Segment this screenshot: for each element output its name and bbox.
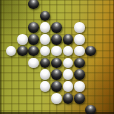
gomoku-board[interactable]	[0, 0, 114, 114]
black-stone	[51, 58, 62, 69]
white-stone	[40, 34, 51, 45]
black-stone	[51, 81, 62, 92]
black-stone	[28, 0, 39, 9]
game-screenshot	[0, 0, 114, 114]
white-stone	[74, 34, 85, 45]
white-stone	[51, 93, 62, 104]
black-stone	[28, 22, 39, 33]
black-stone	[63, 34, 74, 45]
white-stone	[40, 81, 51, 92]
black-stone	[74, 58, 85, 69]
white-stone	[63, 58, 74, 69]
black-stone	[85, 105, 96, 114]
white-stone	[40, 69, 51, 80]
white-stone	[63, 46, 74, 57]
white-stone	[63, 69, 74, 80]
white-stone	[74, 22, 85, 33]
white-stone	[74, 81, 85, 92]
black-stone	[28, 46, 39, 57]
white-stone	[40, 46, 51, 57]
white-stone	[6, 46, 17, 57]
black-stone	[74, 93, 85, 104]
white-stone	[17, 34, 28, 45]
black-stone	[51, 69, 62, 80]
white-stone	[40, 22, 51, 33]
black-stone	[51, 34, 62, 45]
black-stone	[40, 11, 51, 22]
black-stone	[51, 22, 62, 33]
black-stone	[85, 46, 96, 57]
black-stone	[40, 58, 51, 69]
white-stone	[74, 46, 85, 57]
black-stone	[74, 69, 85, 80]
white-stone	[63, 81, 74, 92]
black-stone	[17, 46, 28, 57]
black-stone	[28, 34, 39, 45]
black-stone	[63, 93, 74, 104]
white-stone	[28, 58, 39, 69]
white-stone	[51, 46, 62, 57]
